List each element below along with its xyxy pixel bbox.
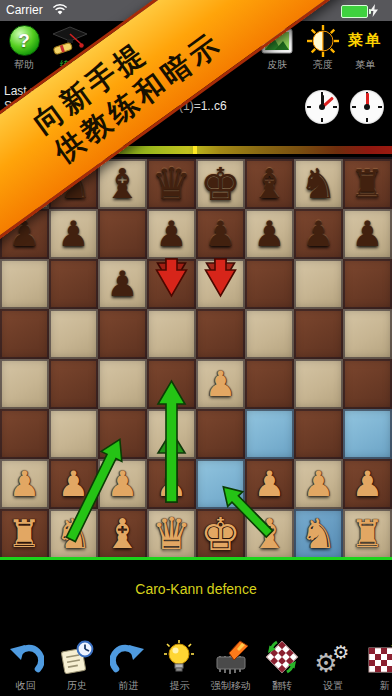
gears-settings-icon: ⚙⚙	[316, 642, 350, 676]
square-h2[interactable]: ♟	[343, 459, 392, 509]
sun-brightness-icon	[307, 25, 339, 57]
toolbar-item-brightness[interactable]: 亮度	[300, 24, 346, 72]
square-e8[interactable]: ♚	[196, 159, 245, 209]
carrier-label: Carrier	[6, 3, 43, 17]
settings-label: 设置	[308, 679, 359, 693]
piece-black-pawn-h7[interactable]: ♟	[352, 217, 383, 252]
square-g7[interactable]: ♟	[294, 209, 343, 259]
square-g5[interactable]	[294, 309, 343, 359]
clock-pin	[364, 104, 370, 110]
piece-black-queen-d8[interactable]: ♛	[152, 162, 191, 206]
menu-text-icon: 菜单	[348, 31, 382, 50]
square-h5[interactable]	[343, 309, 392, 359]
history-notepad-clock-icon	[59, 640, 95, 676]
app-screen: Carrier ? 帮助	[0, 0, 392, 696]
piece-black-pawn-d7[interactable]: ♟	[156, 217, 187, 252]
square-h6[interactable]	[343, 259, 392, 309]
piece-black-bishop-c8[interactable]: ♝	[104, 164, 141, 205]
question-ball-icon: ?	[9, 25, 40, 56]
toolbar-item-takeback[interactable]: 收回	[0, 638, 51, 696]
chip-force-move-icon	[212, 640, 250, 676]
square-f4[interactable]	[245, 359, 294, 409]
toolbar-item-force-move[interactable]: 强制移动	[205, 638, 256, 696]
wifi-icon	[52, 4, 68, 16]
square-f3[interactable]	[245, 409, 294, 459]
piece-white-pawn-d2[interactable]: ♟	[156, 467, 187, 502]
square-g4[interactable]	[294, 359, 343, 409]
hint-label: 提示	[154, 679, 205, 693]
flip-label: 翻转	[256, 679, 307, 693]
square-a4[interactable]	[0, 359, 49, 409]
piece-white-rook-a1[interactable]: ♜	[7, 515, 41, 553]
square-d6[interactable]	[147, 259, 196, 309]
square-a5[interactable]	[0, 309, 49, 359]
square-e7[interactable]: ♟	[196, 209, 245, 259]
piece-black-rook-h8[interactable]: ♜	[350, 165, 384, 203]
piece-white-pawn-a2[interactable]: ♟	[9, 467, 40, 502]
square-b1[interactable]: ♞	[49, 509, 98, 559]
square-a6[interactable]	[0, 259, 49, 309]
square-g6[interactable]	[294, 259, 343, 309]
takeback-label: 收回	[0, 679, 51, 693]
piece-white-knight-b1[interactable]: ♞	[55, 514, 92, 555]
square-h1[interactable]: ♜	[343, 509, 392, 559]
square-e2[interactable]	[196, 459, 245, 509]
toolbar-item-help[interactable]: ? 帮助	[1, 24, 47, 72]
skins-label: 皮肤	[254, 58, 300, 72]
square-f7[interactable]: ♟	[245, 209, 294, 259]
square-c7[interactable]	[98, 209, 147, 259]
new-game-star-icon: ★	[366, 640, 392, 676]
toolbar-item-menu[interactable]: 菜单 菜单	[342, 24, 388, 72]
black-clock-icon	[350, 90, 384, 124]
toolbar-item-flip[interactable]: 翻转	[256, 638, 307, 696]
brightness-label: 亮度	[300, 58, 346, 72]
toolbar-item-settings[interactable]: ⚙⚙ 设置	[308, 638, 359, 696]
square-c2[interactable]: ♟	[98, 459, 147, 509]
bottom-toolbar: 收回 历史	[0, 638, 392, 696]
square-b4[interactable]	[49, 359, 98, 409]
piece-white-pawn-g2[interactable]: ♟	[303, 467, 334, 502]
square-e3[interactable]	[196, 409, 245, 459]
undo-arrow-icon	[8, 642, 44, 676]
toolbar-item-forward[interactable]: 前进	[103, 638, 154, 696]
new-game-label: 新	[359, 679, 392, 693]
piece-white-bishop-f1[interactable]: ♝	[251, 514, 288, 555]
piece-white-pawn-h2[interactable]: ♟	[352, 467, 383, 502]
piece-white-king-e1[interactable]: ♚	[200, 512, 240, 557]
toolbar-item-history[interactable]: 历史	[51, 638, 102, 696]
square-g2[interactable]: ♟	[294, 459, 343, 509]
piece-white-pawn-e4[interactable]: ♟	[205, 367, 236, 402]
square-a3[interactable]	[0, 409, 49, 459]
white-clock-icon	[305, 90, 339, 124]
square-g1[interactable]: ♞	[294, 509, 343, 559]
square-d4[interactable]	[147, 359, 196, 409]
toolbar-item-new-game[interactable]: ★ 新	[359, 638, 392, 696]
help-label: 帮助	[1, 58, 47, 72]
piece-black-pawn-c6[interactable]: ♟	[107, 267, 138, 302]
chess-board: ♜♞♝♛♚♝♞♜♟♟♟♟♟♟♟♟♟♟♟♟♟♟♟♟♜♞♝♛♚♝♞♜	[0, 157, 392, 557]
history-label: 历史	[51, 679, 102, 693]
square-c1[interactable]: ♝	[98, 509, 147, 559]
opening-name-label: Caro-Kann defence	[0, 581, 392, 597]
evaluation-marker	[193, 146, 197, 154]
redo-arrow-icon	[110, 642, 146, 676]
square-d2[interactable]: ♟	[147, 459, 196, 509]
square-d3[interactable]	[147, 409, 196, 459]
square-c6[interactable]: ♟	[98, 259, 147, 309]
flip-board-icon	[263, 638, 301, 676]
piece-black-pawn-b7[interactable]: ♟	[58, 217, 89, 252]
square-c5[interactable]	[98, 309, 147, 359]
square-e5[interactable]	[196, 309, 245, 359]
square-e1[interactable]: ♚	[196, 509, 245, 559]
square-b7[interactable]: ♟	[49, 209, 98, 259]
square-h3[interactable]	[343, 409, 392, 459]
square-g3[interactable]	[294, 409, 343, 459]
piece-black-bishop-f8[interactable]: ♝	[251, 164, 288, 205]
square-d5[interactable]	[147, 309, 196, 359]
square-d7[interactable]: ♟	[147, 209, 196, 259]
forward-label: 前进	[103, 679, 154, 693]
square-d1[interactable]: ♛	[147, 509, 196, 559]
lightbulb-hint-icon	[162, 640, 196, 676]
square-a1[interactable]: ♜	[0, 509, 49, 559]
battery-icon	[341, 5, 368, 18]
piece-black-knight-g8[interactable]: ♞	[300, 164, 337, 205]
square-d8[interactable]: ♛	[147, 159, 196, 209]
square-c3[interactable]	[98, 409, 147, 459]
piece-white-queen-d1[interactable]: ♛	[152, 512, 191, 556]
square-b5[interactable]	[49, 309, 98, 359]
square-e4[interactable]: ♟	[196, 359, 245, 409]
square-f8[interactable]: ♝	[245, 159, 294, 209]
piece-white-pawn-c2[interactable]: ♟	[107, 467, 138, 502]
square-b6[interactable]	[49, 259, 98, 309]
charging-bolt-icon	[370, 4, 378, 17]
square-f6[interactable]	[245, 259, 294, 309]
board-grid: ♜♞♝♛♚♝♞♜♟♟♟♟♟♟♟♟♟♟♟♟♟♟♟♟♜♞♝♛♚♝♞♜	[0, 159, 392, 559]
board-bottom-edge	[0, 557, 392, 560]
piece-white-bishop-c1[interactable]: ♝	[104, 514, 141, 555]
square-b3[interactable]	[49, 409, 98, 459]
piece-black-pawn-f7[interactable]: ♟	[254, 217, 285, 252]
square-h8[interactable]: ♜	[343, 159, 392, 209]
square-a2[interactable]: ♟	[0, 459, 49, 509]
force-move-label: 强制移动	[205, 679, 256, 693]
square-c8[interactable]: ♝	[98, 159, 147, 209]
square-e6[interactable]	[196, 259, 245, 309]
square-f1[interactable]: ♝	[245, 509, 294, 559]
square-h4[interactable]	[343, 359, 392, 409]
piece-white-pawn-b2[interactable]: ♟	[58, 467, 89, 502]
toolbar-item-hint[interactable]: 提示	[154, 638, 205, 696]
piece-black-pawn-e7[interactable]: ♟	[205, 217, 236, 252]
square-c4[interactable]	[98, 359, 147, 409]
square-f5[interactable]	[245, 309, 294, 359]
piece-white-rook-h1[interactable]: ♜	[350, 515, 384, 553]
piece-black-pawn-g7[interactable]: ♟	[303, 217, 334, 252]
piece-white-pawn-f2[interactable]: ♟	[254, 467, 285, 502]
square-b2[interactable]: ♟	[49, 459, 98, 509]
square-g8[interactable]: ♞	[294, 159, 343, 209]
piece-white-knight-g1[interactable]: ♞	[300, 514, 337, 555]
clock-pin	[319, 104, 325, 110]
piece-black-king-e8[interactable]: ♚	[200, 162, 240, 207]
square-f2[interactable]: ♟	[245, 459, 294, 509]
menu-label: 菜单	[342, 58, 388, 72]
square-h7[interactable]: ♟	[343, 209, 392, 259]
